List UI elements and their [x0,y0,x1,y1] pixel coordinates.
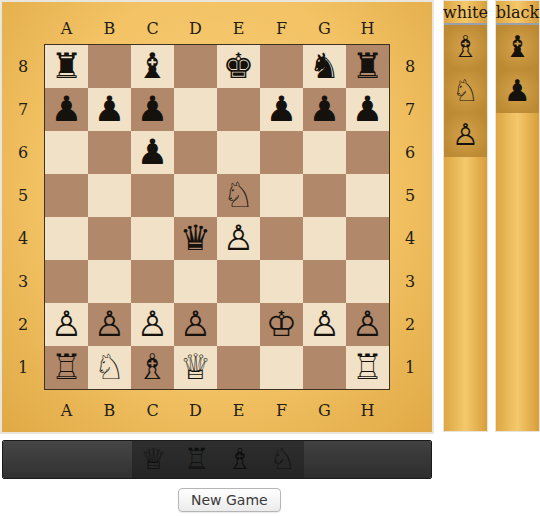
file-labels-top-d: D [174,12,217,44]
square-c4[interactable] [131,217,174,260]
square-d5[interactable] [174,174,217,217]
square-g2[interactable]: ♙ [303,303,346,346]
piece-white-pawn[interactable]: ♙ [94,307,125,342]
file-labels-top-g: G [303,12,346,44]
rank-labels-right-1: 1 [389,346,431,389]
chess-board-frame: ABCDEFGH 87654321 ♜♝♚♞♜♟♟♟♟♟♟♟♘♛♙♙♙♙♙♔♙♙… [0,0,434,434]
square-d7[interactable] [174,88,217,131]
piece-white-rook[interactable]: ♖ [51,350,82,385]
rank-labels-left-7: 7 [2,88,44,131]
piece-white-pawn[interactable]: ♙ [137,307,168,342]
rank-labels-left-3: 3 [2,260,44,303]
square-f5[interactable] [260,174,303,217]
piece-white-rook[interactable]: ♖ [352,350,383,385]
square-a5[interactable] [45,174,88,217]
rank-labels-right-4: 4 [389,217,431,260]
square-h8[interactable]: ♜ [346,45,389,88]
promotion-rook-icon: ♖ [184,445,210,474]
promotion-rook[interactable]: ♖ [175,441,218,478]
piece-white-pawn[interactable]: ♙ [223,221,254,256]
rank-labels-left-1: 1 [2,346,44,389]
file-labels-bottom-f: F [260,392,303,428]
piece-black-knight[interactable]: ♞ [309,49,340,84]
rank-labels-left: 87654321 [2,45,44,389]
promotion-knight-icon: ♘ [270,445,296,474]
square-d6[interactable] [174,131,217,174]
captured-black-pawn-icon: ♟ [504,76,531,106]
square-d1[interactable]: ♕ [174,346,217,389]
captured-panel-black-cells: ♝♟ [496,25,539,113]
square-e5[interactable]: ♘ [217,174,260,217]
square-d2[interactable]: ♙ [174,303,217,346]
square-f4[interactable] [260,217,303,260]
captured-black-bishop: ♝ [496,25,539,69]
square-a4[interactable] [45,217,88,260]
square-a7[interactable]: ♟ [45,88,88,131]
piece-white-knight[interactable]: ♘ [223,178,254,213]
promotion-bar-spacer-left [3,441,132,478]
promotion-bar-spacer-right [304,441,431,478]
square-f2[interactable]: ♔ [260,303,303,346]
promotion-queen[interactable]: ♕ [132,441,175,478]
square-b4[interactable] [88,217,131,260]
piece-black-pawn[interactable]: ♟ [137,135,168,170]
captured-panel-black-header: black [496,1,539,25]
piece-white-pawn[interactable]: ♙ [352,307,383,342]
piece-white-pawn[interactable]: ♙ [309,307,340,342]
piece-black-rook[interactable]: ♜ [352,49,383,84]
square-h3[interactable] [346,260,389,303]
captured-black-bishop-icon: ♝ [504,32,531,62]
file-labels-top-f: F [260,12,303,44]
file-labels-bottom-d: D [174,392,217,428]
captured-black-pawn: ♟ [496,69,539,113]
square-h2[interactable]: ♙ [346,303,389,346]
piece-white-pawn[interactable]: ♙ [51,307,82,342]
file-labels-top-b: B [88,12,131,44]
file-labels-bottom-b: B [88,392,131,428]
square-a6[interactable] [45,131,88,174]
square-f6[interactable] [260,131,303,174]
board-grid: ♜♝♚♞♜♟♟♟♟♟♟♟♘♛♙♙♙♙♙♔♙♙♖♘♗♕♖ [44,44,390,390]
piece-white-pawn[interactable]: ♙ [180,307,211,342]
file-labels-bottom-h: H [346,392,389,428]
promotion-bishop[interactable]: ♗ [218,441,261,478]
square-g8[interactable]: ♞ [303,45,346,88]
piece-white-queen[interactable]: ♕ [180,350,211,385]
square-f7[interactable]: ♟ [260,88,303,131]
square-a2[interactable]: ♙ [45,303,88,346]
captured-panel-white-cells: ♗♘♙ [444,25,487,157]
file-labels-top-h: H [346,12,389,44]
piece-white-bishop[interactable]: ♗ [137,350,168,385]
square-c7[interactable]: ♟ [131,88,174,131]
square-f8[interactable] [260,45,303,88]
promotion-bar-cells: ♕♖♗♘ [132,441,304,478]
square-e8[interactable]: ♚ [217,45,260,88]
square-b8[interactable] [88,45,131,88]
square-g5[interactable] [303,174,346,217]
square-g7[interactable]: ♟ [303,88,346,131]
square-b1[interactable]: ♘ [88,346,131,389]
square-e3[interactable] [217,260,260,303]
rank-labels-right-5: 5 [389,174,431,217]
rank-labels-left-4: 4 [2,217,44,260]
square-d8[interactable] [174,45,217,88]
piece-black-pawn[interactable]: ♟ [352,92,383,127]
rank-labels-right-3: 3 [389,260,431,303]
square-a8[interactable]: ♜ [45,45,88,88]
promotion-knight[interactable]: ♘ [261,441,304,478]
file-labels-bottom-g: G [303,392,346,428]
square-e6[interactable] [217,131,260,174]
square-f1[interactable] [260,346,303,389]
square-g4[interactable] [303,217,346,260]
file-labels-top: ABCDEFGH [45,12,389,44]
square-a3[interactable] [45,260,88,303]
square-e1[interactable] [217,346,260,389]
square-b6[interactable] [88,131,131,174]
piece-black-pawn[interactable]: ♟ [51,92,82,127]
square-d4[interactable]: ♛ [174,217,217,260]
promotion-queen-icon: ♕ [141,445,167,474]
square-h5[interactable] [346,174,389,217]
captured-white-bishop-icon: ♗ [452,32,479,62]
square-h6[interactable] [346,131,389,174]
file-labels-top-c: C [131,12,174,44]
captured-white-knight: ♘ [444,69,487,113]
square-h4[interactable] [346,217,389,260]
square-e7[interactable] [217,88,260,131]
file-labels-bottom-e: E [217,392,260,428]
rank-labels-right-6: 6 [389,131,431,174]
square-d3[interactable] [174,260,217,303]
file-labels-bottom-a: A [45,392,88,428]
square-g3[interactable] [303,260,346,303]
captured-white-bishop: ♗ [444,25,487,69]
square-c2[interactable]: ♙ [131,303,174,346]
captured-panel-white-header: white [444,1,487,25]
piece-black-pawn[interactable]: ♟ [309,92,340,127]
piece-white-king[interactable]: ♔ [266,307,297,342]
square-a1[interactable]: ♖ [45,346,88,389]
square-b3[interactable] [88,260,131,303]
rank-labels-left-5: 5 [2,174,44,217]
square-b7[interactable]: ♟ [88,88,131,131]
square-g6[interactable] [303,131,346,174]
rank-labels-left-6: 6 [2,131,44,174]
rank-labels-left-2: 2 [2,303,44,346]
rank-labels-right-2: 2 [389,303,431,346]
file-labels-bottom-c: C [131,392,174,428]
captured-white-pawn: ♙ [444,113,487,157]
piece-black-bishop[interactable]: ♝ [137,49,168,84]
captured-panel-white: white ♗♘♙ [443,0,488,432]
captured-white-knight-icon: ♘ [452,76,479,106]
promotion-bar: ♕♖♗♘ [2,440,432,479]
square-c5[interactable] [131,174,174,217]
piece-black-pawn[interactable]: ♟ [266,92,297,127]
file-labels-bottom: ABCDEFGH [45,392,389,428]
rank-labels-right-8: 8 [389,45,431,88]
square-e2[interactable] [217,303,260,346]
square-g1[interactable] [303,346,346,389]
square-e4[interactable]: ♙ [217,217,260,260]
square-b2[interactable]: ♙ [88,303,131,346]
square-h1[interactable]: ♖ [346,346,389,389]
square-c8[interactable]: ♝ [131,45,174,88]
captured-panel-black: black ♝♟ [495,0,540,432]
piece-black-pawn[interactable]: ♟ [94,92,125,127]
file-labels-top-a: A [45,12,88,44]
rank-labels-right-7: 7 [389,88,431,131]
square-f3[interactable] [260,260,303,303]
square-b5[interactable] [88,174,131,217]
captured-white-pawn-icon: ♙ [452,120,479,150]
piece-white-knight[interactable]: ♘ [94,350,125,385]
piece-black-pawn[interactable]: ♟ [137,92,168,127]
piece-black-rook[interactable]: ♜ [51,49,82,84]
rank-labels-left-8: 8 [2,45,44,88]
promotion-bishop-icon: ♗ [227,445,253,474]
square-c1[interactable]: ♗ [131,346,174,389]
square-c3[interactable] [131,260,174,303]
piece-black-queen[interactable]: ♛ [180,221,211,256]
square-c6[interactable]: ♟ [131,131,174,174]
new-game-button[interactable]: New Game [178,488,281,512]
file-labels-top-e: E [217,12,260,44]
piece-black-king[interactable]: ♚ [223,49,254,84]
square-h7[interactable]: ♟ [346,88,389,131]
rank-labels-right: 87654321 [389,45,431,389]
